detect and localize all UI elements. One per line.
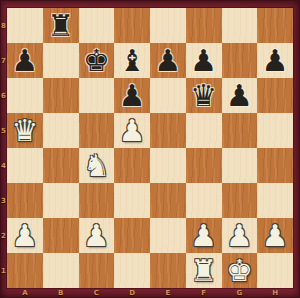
rank-label-8: 8 [0,8,7,43]
black-bishop-piece[interactable]: ♝ [114,43,150,78]
black-pawn-piece[interactable]: ♟ [150,43,186,78]
square-b4[interactable] [43,148,79,183]
square-f8[interactable] [186,8,222,43]
file-label-g: G [222,288,258,298]
square-g6[interactable]: ♟ [222,78,258,113]
square-c1[interactable] [79,253,115,288]
white-pawn-piece[interactable]: ♟ [222,218,258,253]
square-e7[interactable]: ♟ [150,43,186,78]
square-b2[interactable] [43,218,79,253]
square-e6[interactable] [150,78,186,113]
square-d7[interactable]: ♝ [114,43,150,78]
white-rook-piece[interactable]: ♜ [186,253,222,288]
square-a8[interactable] [7,8,43,43]
square-e8[interactable] [150,8,186,43]
file-label-h: H [257,288,293,298]
rank-label-2: 2 [0,218,7,253]
square-h8[interactable] [257,8,293,43]
square-b5[interactable] [43,113,79,148]
square-d2[interactable] [114,218,150,253]
square-b3[interactable] [43,183,79,218]
square-g7[interactable] [222,43,258,78]
square-h7[interactable]: ♟ [257,43,293,78]
square-c8[interactable] [79,8,115,43]
square-g2[interactable]: ♟ [222,218,258,253]
square-e4[interactable] [150,148,186,183]
square-d1[interactable] [114,253,150,288]
square-g1[interactable]: ♚ [222,253,258,288]
rank-label-1: 1 [0,253,7,288]
black-king-piece[interactable]: ♚ [79,43,115,78]
square-c3[interactable] [79,183,115,218]
black-pawn-piece[interactable]: ♟ [114,78,150,113]
square-f6[interactable]: ♛ [186,78,222,113]
square-c2[interactable]: ♟ [79,218,115,253]
white-pawn-piece[interactable]: ♟ [186,218,222,253]
black-pawn-piece[interactable]: ♟ [222,78,258,113]
square-g5[interactable] [222,113,258,148]
square-a1[interactable] [7,253,43,288]
rank-label-4: 4 [0,148,7,183]
white-knight-piece[interactable]: ♞ [79,148,115,183]
file-label-c: C [79,288,115,298]
square-h5[interactable] [257,113,293,148]
black-pawn-piece[interactable]: ♟ [257,43,293,78]
white-pawn-piece[interactable]: ♟ [114,113,150,148]
black-rook-piece[interactable]: ♜ [43,8,79,43]
chess-board[interactable]: ♜♟♚♝♟♟♟♟♛♟♛♟♞♟♟♟♟♟♜♚ [7,8,293,288]
square-h4[interactable] [257,148,293,183]
white-pawn-piece[interactable]: ♟ [7,218,43,253]
white-pawn-piece[interactable]: ♟ [79,218,115,253]
square-h2[interactable]: ♟ [257,218,293,253]
chess-board-frame: ♜♟♚♝♟♟♟♟♛♟♛♟♞♟♟♟♟♟♜♚ 87654321 ABCDEFGH [0,0,300,298]
file-label-e: E [150,288,186,298]
square-d5[interactable]: ♟ [114,113,150,148]
square-f5[interactable] [186,113,222,148]
file-label-a: A [7,288,43,298]
white-king-piece[interactable]: ♚ [222,253,258,288]
square-e2[interactable] [150,218,186,253]
rank-label-3: 3 [0,183,7,218]
rank-label-6: 6 [0,78,7,113]
black-pawn-piece[interactable]: ♟ [186,43,222,78]
square-c4[interactable]: ♞ [79,148,115,183]
square-h3[interactable] [257,183,293,218]
square-g4[interactable] [222,148,258,183]
square-b8[interactable]: ♜ [43,8,79,43]
square-e5[interactable] [150,113,186,148]
white-pawn-piece[interactable]: ♟ [257,218,293,253]
square-d3[interactable] [114,183,150,218]
file-label-f: F [186,288,222,298]
square-h1[interactable] [257,253,293,288]
square-d8[interactable] [114,8,150,43]
square-a5[interactable]: ♛ [7,113,43,148]
square-e1[interactable] [150,253,186,288]
square-a7[interactable]: ♟ [7,43,43,78]
square-d6[interactable]: ♟ [114,78,150,113]
square-a2[interactable]: ♟ [7,218,43,253]
rank-label-7: 7 [0,43,7,78]
square-b6[interactable] [43,78,79,113]
file-labels: ABCDEFGH [7,288,293,298]
square-c6[interactable] [79,78,115,113]
square-f3[interactable] [186,183,222,218]
rank-label-5: 5 [0,113,7,148]
square-b1[interactable] [43,253,79,288]
square-a6[interactable] [7,78,43,113]
square-c5[interactable] [79,113,115,148]
square-f4[interactable] [186,148,222,183]
square-f1[interactable]: ♜ [186,253,222,288]
rank-labels: 87654321 [0,8,7,288]
square-h6[interactable] [257,78,293,113]
square-g3[interactable] [222,183,258,218]
square-a3[interactable] [7,183,43,218]
black-queen-piece[interactable]: ♛ [186,78,222,113]
square-f7[interactable]: ♟ [186,43,222,78]
square-b7[interactable] [43,43,79,78]
square-f2[interactable]: ♟ [186,218,222,253]
square-d4[interactable] [114,148,150,183]
square-a4[interactable] [7,148,43,183]
black-pawn-piece[interactable]: ♟ [7,43,43,78]
file-label-b: B [43,288,79,298]
white-queen-piece[interactable]: ♛ [7,113,43,148]
file-label-d: D [114,288,150,298]
square-g8[interactable] [222,8,258,43]
square-c7[interactable]: ♚ [79,43,115,78]
square-e3[interactable] [150,183,186,218]
